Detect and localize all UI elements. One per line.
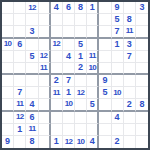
- cell-r12c10[interactable]: 2: [112, 136, 124, 148]
- cell-r12c12[interactable]: [136, 136, 148, 148]
- cell-r8c9[interactable]: 5: [99, 87, 111, 99]
- cell-r6c5[interactable]: [51, 63, 63, 75]
- cell-r11c4[interactable]: [39, 124, 51, 136]
- cell-r8c11[interactable]: [124, 87, 136, 99]
- cell-r5c8[interactable]: 11: [87, 51, 99, 63]
- cell-r12c8[interactable]: 4: [87, 136, 99, 148]
- cell-r6c3[interactable]: [26, 63, 38, 75]
- cell-r3c4[interactable]: [39, 26, 51, 38]
- cell-r7c9[interactable]: 9: [99, 75, 111, 87]
- cell-r10c3[interactable]: 6: [26, 112, 38, 124]
- cell-r4c3[interactable]: [26, 39, 38, 51]
- cell-r10c11[interactable]: [124, 112, 136, 124]
- cell-r4c11[interactable]: 3: [124, 39, 136, 51]
- cell-r12c2[interactable]: [14, 136, 26, 148]
- cell-r8c8[interactable]: [87, 87, 99, 99]
- cell-r6c9[interactable]: [99, 63, 111, 75]
- cell-r5c9[interactable]: [99, 51, 111, 63]
- cell-r5c1[interactable]: [2, 51, 14, 63]
- cell-r3c9[interactable]: [99, 26, 111, 38]
- cell-r9c4[interactable]: [39, 99, 51, 111]
- cell-r8c6[interactable]: 1: [63, 87, 75, 99]
- cell-r2c1[interactable]: [2, 14, 14, 26]
- cell-r4c4[interactable]: [39, 39, 51, 51]
- cell-r6c7[interactable]: 2: [75, 63, 87, 75]
- cell-r12c7[interactable]: 10: [75, 136, 87, 148]
- cell-r12c1[interactable]: 9: [2, 136, 14, 148]
- cell-r12c6[interactable]: 12: [63, 136, 75, 148]
- cell-r6c4[interactable]: 11: [39, 63, 51, 75]
- cell-r8c5[interactable]: 11: [51, 87, 63, 99]
- cell-r3c11[interactable]: 11: [124, 26, 136, 38]
- cell-r6c8[interactable]: 10: [87, 63, 99, 75]
- cell-r9c6[interactable]: 10: [63, 99, 75, 111]
- cell-r1c5[interactable]: 4: [51, 2, 63, 14]
- cell-r9c10[interactable]: [112, 99, 124, 111]
- cell-r10c2[interactable]: 12: [14, 112, 26, 124]
- cell-r8c12[interactable]: [136, 87, 148, 99]
- cell-r7c4[interactable]: [39, 75, 51, 87]
- cell-r5c11[interactable]: 7: [124, 51, 136, 63]
- cell-r11c7[interactable]: [75, 124, 87, 136]
- cell-r9c1[interactable]: [2, 99, 14, 111]
- cell-r2c2[interactable]: [14, 14, 26, 26]
- cell-r2c12[interactable]: [136, 14, 148, 26]
- cell-r10c1[interactable]: [2, 112, 14, 124]
- cell-r2c9[interactable]: [99, 14, 111, 26]
- cell-r4c1[interactable]: 10: [2, 39, 14, 51]
- cell-r9c7[interactable]: [75, 99, 87, 111]
- cell-r11c12[interactable]: [136, 124, 148, 136]
- cell-r1c4[interactable]: [39, 2, 51, 14]
- cell-r6c1[interactable]: [2, 63, 14, 75]
- cell-r1c1[interactable]: [2, 2, 14, 14]
- cell-r1c11[interactable]: [124, 2, 136, 14]
- cell-r9c9[interactable]: [99, 99, 111, 111]
- cell-r9c11[interactable]: 2: [124, 99, 136, 111]
- cell-r3c1[interactable]: [2, 26, 14, 38]
- cell-r5c4[interactable]: 12: [39, 51, 51, 63]
- cell-r7c6[interactable]: 7: [63, 75, 75, 87]
- cell-r10c8[interactable]: [87, 112, 99, 124]
- cell-r1c12[interactable]: 3: [136, 2, 148, 14]
- cell-r12c9[interactable]: [99, 136, 111, 148]
- cell-r3c12[interactable]: [136, 26, 148, 38]
- cell-r9c2[interactable]: 11: [14, 99, 26, 111]
- cell-r2c5[interactable]: [51, 14, 63, 26]
- cell-r9c3[interactable]: 4: [26, 99, 38, 111]
- cell-r3c8[interactable]: [87, 26, 99, 38]
- cell-r10c10[interactable]: 4: [112, 112, 124, 124]
- cell-r5c6[interactable]: 4: [63, 51, 75, 63]
- cell-r1c9[interactable]: [99, 2, 111, 14]
- cell-r7c12[interactable]: [136, 75, 148, 87]
- cell-r5c2[interactable]: [14, 51, 26, 63]
- cell-r1c10[interactable]: 9: [112, 2, 124, 14]
- cell-r12c4[interactable]: [39, 136, 51, 148]
- cell-r8c1[interactable]: [2, 87, 14, 99]
- cell-r4c8[interactable]: [87, 39, 99, 51]
- cell-r11c3[interactable]: 11: [26, 124, 38, 136]
- cell-r11c6[interactable]: [63, 124, 75, 136]
- cell-r9c5[interactable]: [51, 99, 63, 111]
- cell-r9c8[interactable]: 5: [87, 99, 99, 111]
- cell-r8c7[interactable]: 12: [75, 87, 87, 99]
- cell-r4c5[interactable]: 12: [51, 39, 63, 51]
- cell-r1c8[interactable]: 1: [87, 2, 99, 14]
- cell-r4c7[interactable]: 5: [75, 39, 87, 51]
- cell-r6c6[interactable]: [63, 63, 75, 75]
- cell-r12c5[interactable]: 1: [51, 136, 63, 148]
- cell-r5c7[interactable]: 1: [75, 51, 87, 63]
- cell-r10c9[interactable]: [99, 112, 111, 124]
- cell-r7c8[interactable]: [87, 75, 99, 87]
- cell-r5c5[interactable]: [51, 51, 63, 63]
- cell-r11c9[interactable]: [99, 124, 111, 136]
- cell-r1c7[interactable]: 8: [75, 2, 87, 14]
- cell-r4c2[interactable]: 6: [14, 39, 26, 51]
- cell-r7c2[interactable]: [14, 75, 26, 87]
- cell-r4c10[interactable]: 1: [112, 39, 124, 51]
- cell-r3c6[interactable]: [63, 26, 75, 38]
- cell-r1c2[interactable]: [14, 2, 26, 14]
- cell-r3c5[interactable]: [51, 26, 63, 38]
- cell-r2c4[interactable]: [39, 14, 51, 26]
- cell-r11c1[interactable]: [2, 124, 14, 136]
- cell-r2c3[interactable]: [26, 14, 38, 26]
- cell-r2c10[interactable]: 5: [112, 14, 124, 26]
- cell-r9c12[interactable]: 8: [136, 99, 148, 111]
- cell-r8c3[interactable]: [26, 87, 38, 99]
- cell-r7c5[interactable]: 2: [51, 75, 63, 87]
- cell-r5c10[interactable]: [112, 51, 124, 63]
- cell-r6c10[interactable]: [112, 63, 124, 75]
- cell-r5c12[interactable]: [136, 51, 148, 63]
- cell-r12c3[interactable]: 8: [26, 136, 38, 148]
- cell-r1c3[interactable]: 12: [26, 2, 38, 14]
- cell-r10c7[interactable]: [75, 112, 87, 124]
- cell-r7c7[interactable]: [75, 75, 87, 87]
- cell-r10c5[interactable]: [51, 112, 63, 124]
- sudoku-board: 1246819358371110612513512411171121027971…: [0, 0, 150, 150]
- cell-r7c11[interactable]: [124, 75, 136, 87]
- cell-r10c12[interactable]: [136, 112, 148, 124]
- cell-r8c4[interactable]: [39, 87, 51, 99]
- cell-r3c10[interactable]: 7: [112, 26, 124, 38]
- cell-r12c11[interactable]: [124, 136, 136, 148]
- cell-r4c12[interactable]: [136, 39, 148, 51]
- cell-r3c3[interactable]: 3: [26, 26, 38, 38]
- cell-r7c10[interactable]: [112, 75, 124, 87]
- cell-r2c7[interactable]: [75, 14, 87, 26]
- cell-r11c2[interactable]: 1: [14, 124, 26, 136]
- cell-r6c2[interactable]: [14, 63, 26, 75]
- cell-r4c9[interactable]: [99, 39, 111, 51]
- cell-r10c6[interactable]: [63, 112, 75, 124]
- cell-r2c6[interactable]: [63, 14, 75, 26]
- cell-r3c2[interactable]: [14, 26, 26, 38]
- cell-r8c10[interactable]: 10: [112, 87, 124, 99]
- cell-r11c10[interactable]: [112, 124, 124, 136]
- cell-r8c2[interactable]: 7: [14, 87, 26, 99]
- cell-r5c3[interactable]: 5: [26, 51, 38, 63]
- cell-r7c3[interactable]: [26, 75, 38, 87]
- cell-r6c11[interactable]: [124, 63, 136, 75]
- cell-r3c7[interactable]: [75, 26, 87, 38]
- cell-r11c5[interactable]: [51, 124, 63, 136]
- cell-r7c1[interactable]: [2, 75, 14, 87]
- cell-r10c4[interactable]: [39, 112, 51, 124]
- cell-r6c12[interactable]: [136, 63, 148, 75]
- cell-r11c8[interactable]: [87, 124, 99, 136]
- cell-r4c6[interactable]: [63, 39, 75, 51]
- cell-r11c11[interactable]: [124, 124, 136, 136]
- cell-r2c11[interactable]: 8: [124, 14, 136, 26]
- cell-r2c8[interactable]: [87, 14, 99, 26]
- cell-r1c6[interactable]: 6: [63, 2, 75, 14]
